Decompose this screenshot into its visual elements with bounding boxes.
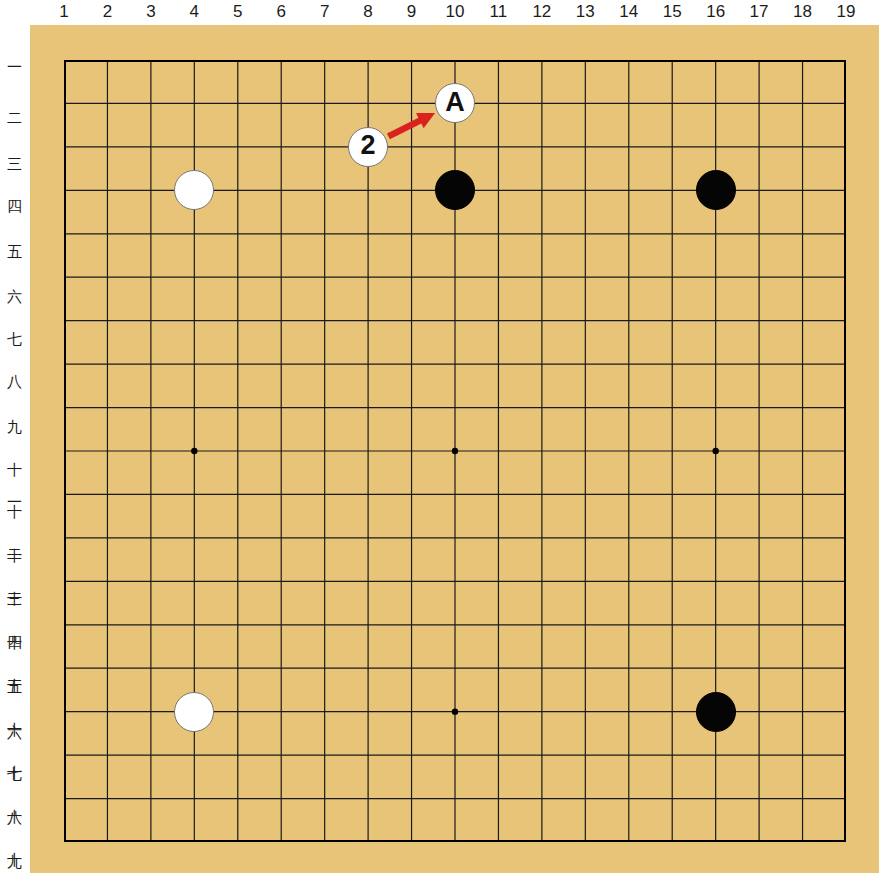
column-label: 5: [216, 0, 259, 23]
white-stone-A[interactable]: A: [435, 83, 475, 123]
column-label: 11: [477, 0, 520, 23]
column-label: 7: [303, 0, 346, 23]
row-label: 十一: [0, 473, 30, 516]
row-labels: 一二三四五六七八九十十一十二十三十四十五十六十七十八十九: [0, 38, 30, 863]
column-label: 12: [520, 0, 563, 23]
row-label: 五: [0, 212, 30, 255]
column-label: 13: [564, 0, 607, 23]
row-label: 四: [0, 169, 30, 212]
row-label: 十二: [0, 516, 30, 559]
stone-label: A: [445, 89, 465, 116]
column-label: 10: [433, 0, 476, 23]
go-board[interactable]: 2A: [42, 38, 867, 863]
column-label: 6: [260, 0, 303, 23]
black-stone[interactable]: [435, 170, 475, 210]
column-label: 16: [694, 0, 737, 23]
row-label: 一: [0, 38, 30, 81]
row-label: 十七: [0, 733, 30, 776]
row-label: 十八: [0, 777, 30, 820]
white-stone-2[interactable]: 2: [348, 127, 388, 167]
column-label: 8: [346, 0, 389, 23]
column-label: 18: [781, 0, 824, 23]
column-label: 4: [173, 0, 216, 23]
row-label: 十九: [0, 820, 30, 863]
row-label: 九: [0, 386, 30, 429]
black-stone[interactable]: [696, 170, 736, 210]
column-label: 17: [737, 0, 780, 23]
row-label: 十三: [0, 560, 30, 603]
row-label: 二: [0, 82, 30, 125]
column-label: 9: [390, 0, 433, 23]
white-stone[interactable]: [174, 170, 214, 210]
black-stone[interactable]: [696, 692, 736, 732]
row-label: 七: [0, 299, 30, 342]
column-label: 15: [650, 0, 693, 23]
column-labels: 12345678910111213141516171819: [42, 0, 867, 23]
row-label: 八: [0, 342, 30, 385]
row-label: 三: [0, 125, 30, 168]
column-label: 14: [607, 0, 650, 23]
row-label: 十: [0, 429, 30, 472]
column-label: 3: [129, 0, 172, 23]
row-label: 十四: [0, 603, 30, 646]
go-diagram-page: 12345678910111213141516171819 一二三四五六七八九十…: [0, 0, 879, 873]
column-label: 1: [42, 0, 85, 23]
row-label: 六: [0, 256, 30, 299]
column-label: 19: [824, 0, 867, 23]
white-stone[interactable]: [174, 692, 214, 732]
row-label: 十五: [0, 646, 30, 689]
stone-label: 2: [361, 132, 376, 159]
column-label: 2: [86, 0, 129, 23]
row-label: 十六: [0, 690, 30, 733]
